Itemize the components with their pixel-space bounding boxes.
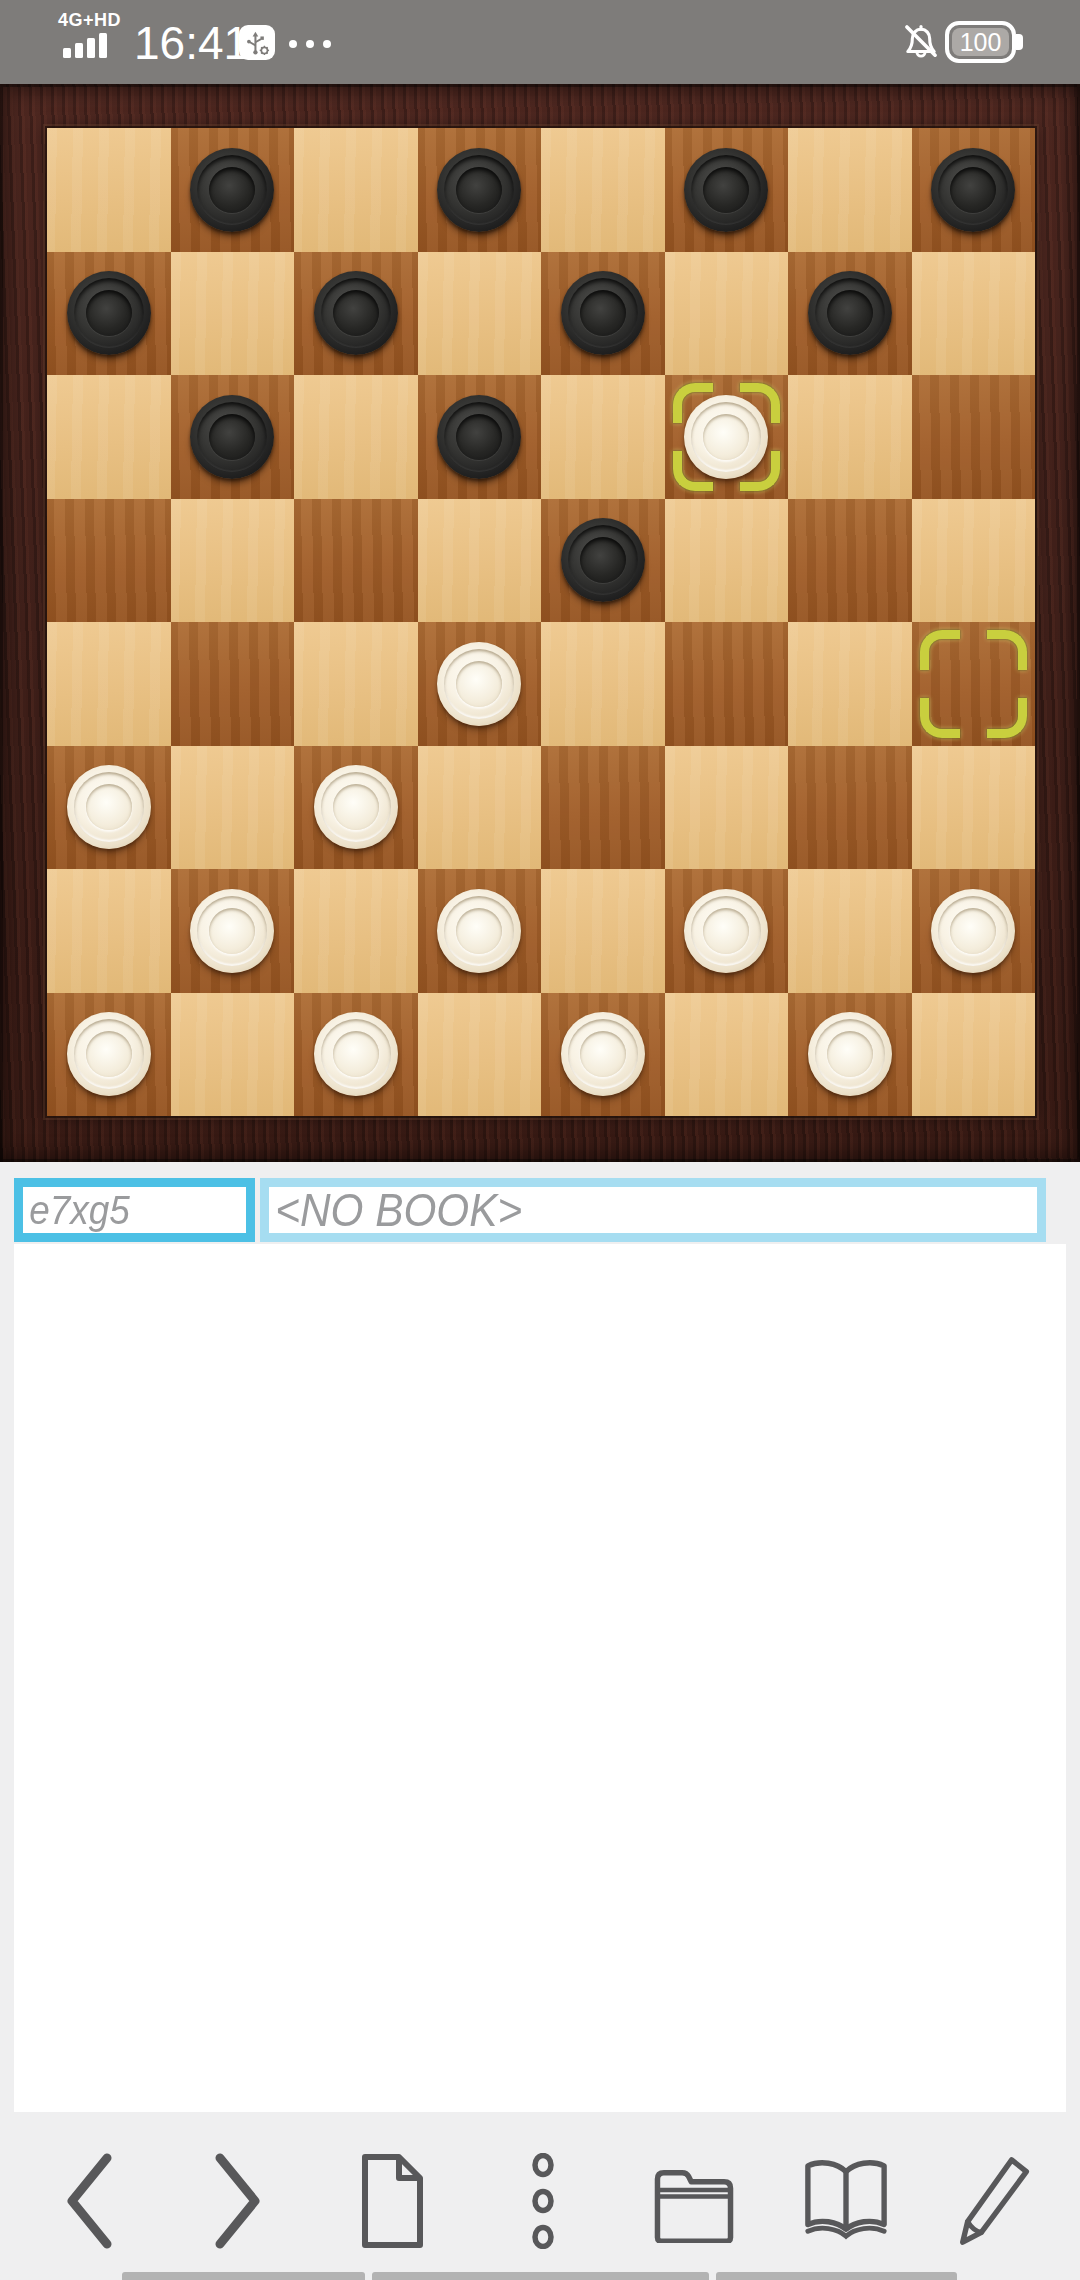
square-f5[interactable]: [665, 499, 789, 623]
black-man-b8[interactable]: [190, 148, 274, 232]
highlight-corner: [673, 383, 713, 423]
pencil-icon: [950, 2154, 1044, 2248]
black-man-b6[interactable]: [190, 395, 274, 479]
move-input[interactable]: e7xg5: [14, 1178, 255, 1242]
square-h3[interactable]: [912, 746, 1036, 870]
white-man-b2[interactable]: [190, 889, 274, 973]
square-c1[interactable]: [294, 993, 418, 1117]
checkers-board: [0, 84, 1080, 1162]
square-h6[interactable]: [912, 375, 1036, 499]
document-icon: [359, 2153, 425, 2249]
square-g6[interactable]: [788, 375, 912, 499]
network-type-label: 4G+HD: [58, 11, 121, 30]
highlight-corner: [987, 698, 1027, 738]
folder-icon: [650, 2159, 738, 2243]
black-man-c7[interactable]: [314, 271, 398, 355]
square-e7[interactable]: [541, 252, 665, 376]
highlight-corner: [673, 451, 713, 491]
battery-fill: 100: [952, 28, 1009, 56]
white-man-a1[interactable]: [67, 1012, 151, 1096]
square-d2[interactable]: [418, 869, 542, 993]
signal-bars-icon: [63, 33, 121, 58]
square-e4[interactable]: [541, 622, 665, 746]
square-c2[interactable]: [294, 869, 418, 993]
highlight-corner: [987, 630, 1027, 670]
square-h2[interactable]: [912, 869, 1036, 993]
square-b2[interactable]: [171, 869, 295, 993]
square-g3[interactable]: [788, 746, 912, 870]
square-h4[interactable]: [912, 622, 1036, 746]
white-man-c3[interactable]: [314, 765, 398, 849]
vertical-dots-icon: [528, 2153, 558, 2249]
square-e3[interactable]: [541, 746, 665, 870]
square-b6[interactable]: [171, 375, 295, 499]
square-g8[interactable]: [788, 128, 912, 252]
usb-icon: [239, 25, 275, 60]
square-d7[interactable]: [418, 252, 542, 376]
white-man-a3[interactable]: [67, 765, 151, 849]
square-d1[interactable]: [418, 993, 542, 1117]
square-h8[interactable]: [912, 128, 1036, 252]
open-book-icon: [797, 2158, 895, 2244]
notification-dots-icon: [289, 40, 331, 48]
clock: 16:41: [134, 0, 249, 84]
square-f7[interactable]: [665, 252, 789, 376]
square-e6[interactable]: [541, 375, 665, 499]
square-b3[interactable]: [171, 746, 295, 870]
black-man-h8[interactable]: [931, 148, 1015, 232]
app-screen: 4G+HD 16:41: [0, 0, 1080, 2280]
square-c4[interactable]: [294, 622, 418, 746]
book-status-text: <NO BOOK>: [269, 1188, 522, 1232]
square-a7[interactable]: [47, 252, 171, 376]
edit-button[interactable]: [942, 2146, 1052, 2256]
square-g1[interactable]: [788, 993, 912, 1117]
square-e5[interactable]: [541, 499, 665, 623]
white-man-d2[interactable]: [437, 889, 521, 973]
black-man-d8[interactable]: [437, 148, 521, 232]
black-man-e7[interactable]: [561, 271, 645, 355]
cropped-button-hint[interactable]: [122, 2272, 365, 2280]
square-g2[interactable]: [788, 869, 912, 993]
highlight-corner: [920, 630, 960, 670]
black-man-g7[interactable]: [808, 271, 892, 355]
square-c6[interactable]: [294, 375, 418, 499]
square-b1[interactable]: [171, 993, 295, 1117]
white-man-c1[interactable]: [314, 1012, 398, 1096]
square-h1[interactable]: [912, 993, 1036, 1117]
square-b5[interactable]: [171, 499, 295, 623]
square-c8[interactable]: [294, 128, 418, 252]
square-f3[interactable]: [665, 746, 789, 870]
square-c7[interactable]: [294, 252, 418, 376]
board-grid: [47, 128, 1035, 1116]
square-a5[interactable]: [47, 499, 171, 623]
square-b7[interactable]: [171, 252, 295, 376]
white-man-h2[interactable]: [931, 889, 1015, 973]
square-g4[interactable]: [788, 622, 912, 746]
cropped-button-hint[interactable]: [716, 2272, 957, 2280]
white-man-g1[interactable]: [808, 1012, 892, 1096]
square-h5[interactable]: [912, 499, 1036, 623]
square-h7[interactable]: [912, 252, 1036, 376]
white-man-d4[interactable]: [437, 642, 521, 726]
square-d4[interactable]: [418, 622, 542, 746]
battery-nub: [1016, 34, 1023, 50]
square-f8[interactable]: [665, 128, 789, 252]
black-man-d6[interactable]: [437, 395, 521, 479]
network-indicator: 4G+HD: [58, 11, 121, 58]
more-options-button[interactable]: [488, 2146, 598, 2256]
square-e2[interactable]: [541, 869, 665, 993]
square-c3[interactable]: [294, 746, 418, 870]
book-status-field[interactable]: <NO BOOK>: [260, 1178, 1046, 1242]
white-man-e1[interactable]: [561, 1012, 645, 1096]
move-input-text: e7xg5: [23, 1188, 130, 1232]
battery-percent: 100: [960, 30, 1002, 55]
back-button[interactable]: [34, 2146, 144, 2256]
bell-muted-icon: [901, 22, 941, 62]
chevron-right-icon: [212, 2153, 264, 2249]
square-a2[interactable]: [47, 869, 171, 993]
square-d6[interactable]: [418, 375, 542, 499]
square-g5[interactable]: [788, 499, 912, 623]
highlight-corner: [740, 383, 780, 423]
square-f2[interactable]: [665, 869, 789, 993]
black-man-f8[interactable]: [684, 148, 768, 232]
square-a4[interactable]: [47, 622, 171, 746]
square-a6[interactable]: [47, 375, 171, 499]
square-d5[interactable]: [418, 499, 542, 623]
square-c5[interactable]: [294, 499, 418, 623]
square-e8[interactable]: [541, 128, 665, 252]
square-g7[interactable]: [788, 252, 912, 376]
open-folder-button[interactable]: [639, 2146, 749, 2256]
highlight-corner: [920, 698, 960, 738]
chevron-left-icon: [63, 2153, 115, 2249]
status-bar: 4G+HD 16:41: [0, 0, 1080, 84]
square-e1[interactable]: [541, 993, 665, 1117]
square-d3[interactable]: [418, 746, 542, 870]
square-a1[interactable]: [47, 993, 171, 1117]
move-list-panel[interactable]: [14, 1244, 1066, 2112]
forward-button[interactable]: [183, 2146, 293, 2256]
white-man-f2[interactable]: [684, 889, 768, 973]
opening-book-button[interactable]: [791, 2146, 901, 2256]
square-f1[interactable]: [665, 993, 789, 1117]
battery-indicator: 100: [945, 21, 1016, 63]
square-f4[interactable]: [665, 622, 789, 746]
cropped-button-hint[interactable]: [372, 2272, 709, 2280]
square-a3[interactable]: [47, 746, 171, 870]
highlight-corner: [740, 451, 780, 491]
square-f6[interactable]: [665, 375, 789, 499]
square-b4[interactable]: [171, 622, 295, 746]
square-b8[interactable]: [171, 128, 295, 252]
square-d8[interactable]: [418, 128, 542, 252]
black-man-a7[interactable]: [67, 271, 151, 355]
new-document-button[interactable]: [337, 2146, 447, 2256]
square-a8[interactable]: [47, 128, 171, 252]
black-man-e5[interactable]: [561, 518, 645, 602]
